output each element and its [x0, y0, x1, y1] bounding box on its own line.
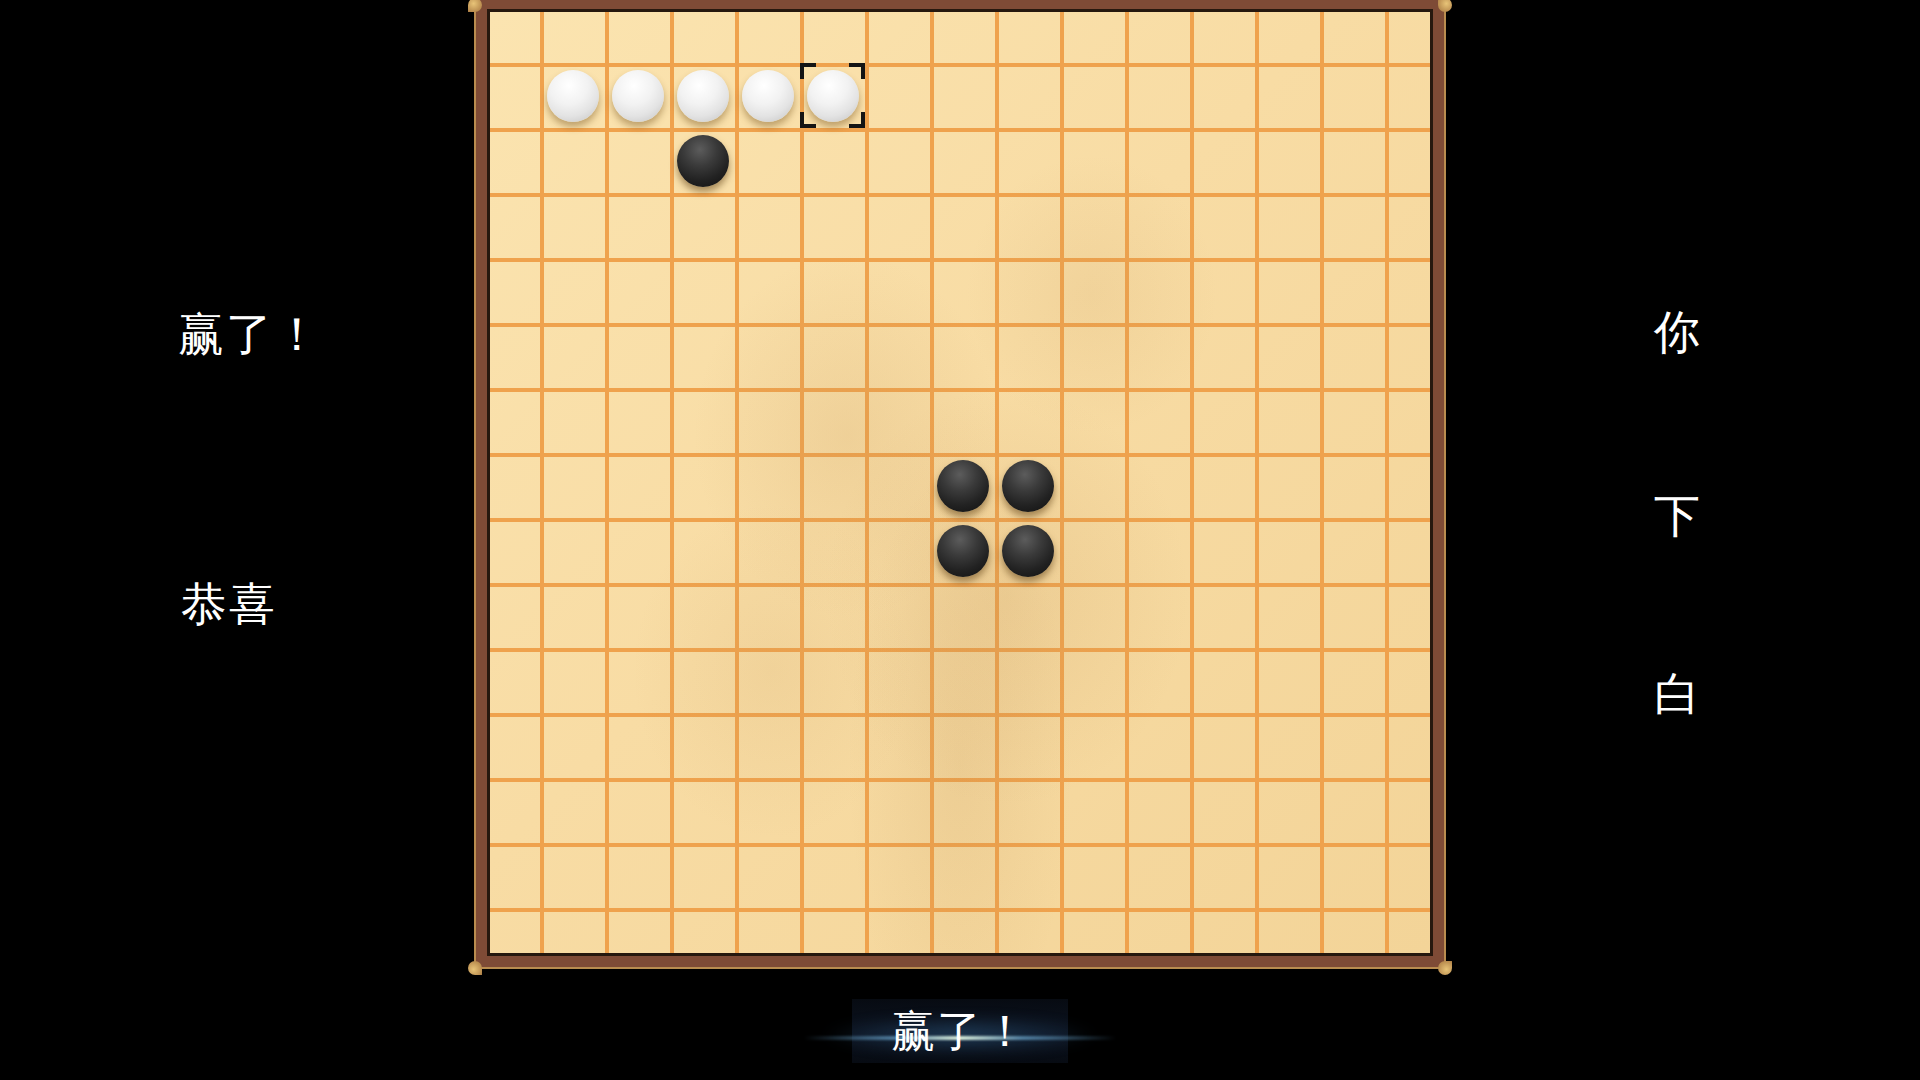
game-screen: { "game": "gomoku", "board": { "rows": 1… — [0, 0, 1920, 1080]
frame-corner-ornament-bottom-right — [1438, 961, 1452, 975]
bottom-win-text: 赢了！ — [891, 1002, 1029, 1061]
frame-corner-ornament-top-left — [468, 0, 482, 12]
gomoku-board[interactable] — [490, 12, 1430, 953]
right-player-char-white: 白 — [1638, 664, 1718, 726]
stone-white — [677, 70, 729, 122]
frame-corner-ornament-top-right — [1438, 0, 1452, 12]
stone-black — [937, 460, 989, 512]
left-status-win-text: 赢了！ — [100, 304, 400, 366]
stone-black — [677, 135, 729, 187]
stone-black — [1002, 525, 1054, 577]
stone-white — [612, 70, 664, 122]
stone-white — [742, 70, 794, 122]
stone-black — [937, 525, 989, 577]
last-move-marker — [800, 63, 865, 128]
left-status-congrats-text: 恭喜 — [79, 574, 379, 636]
stone-white — [547, 70, 599, 122]
right-player-char-you: 你 — [1638, 302, 1718, 364]
frame-corner-ornament-bottom-left — [468, 961, 482, 975]
bottom-win-banner: 赢了！ — [852, 999, 1068, 1063]
right-player-char-play: 下 — [1638, 486, 1718, 548]
stone-black — [1002, 460, 1054, 512]
